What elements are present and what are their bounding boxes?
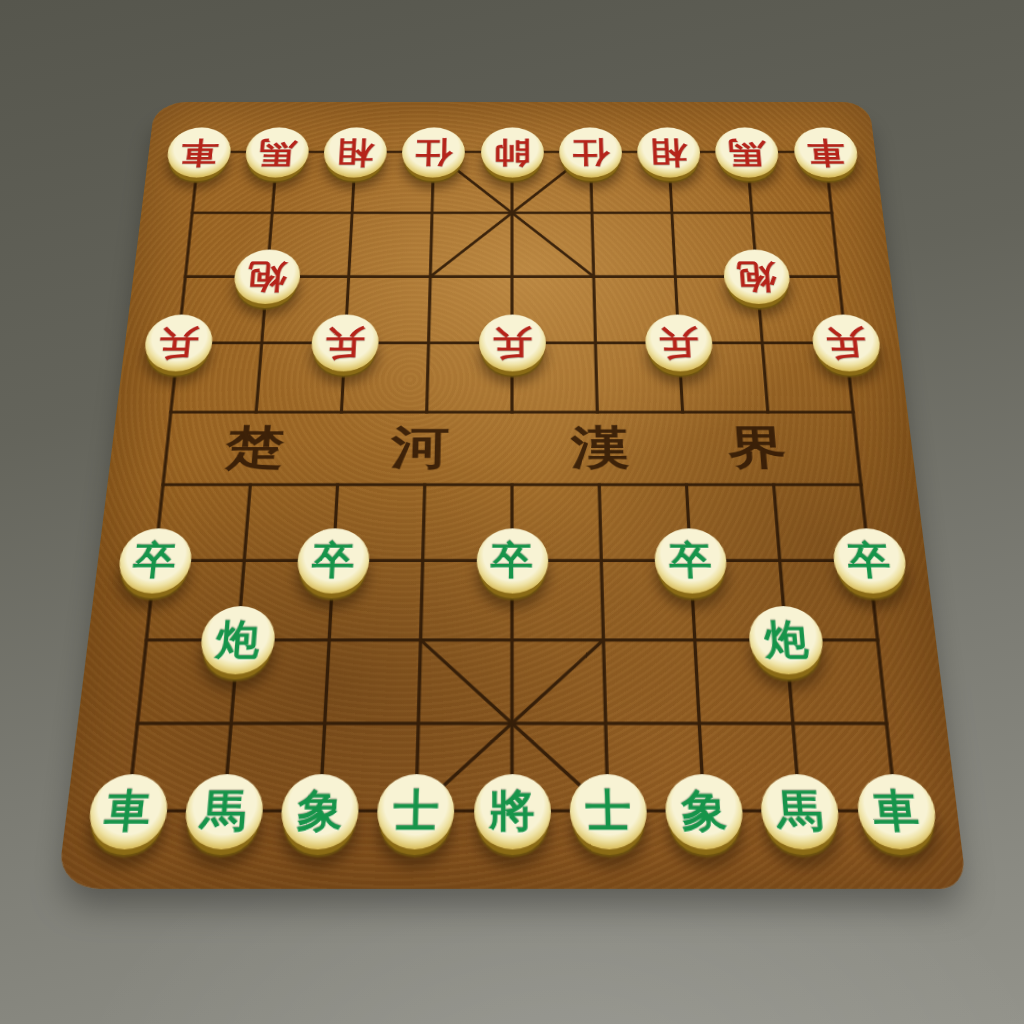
piece-character: 士 — [392, 789, 439, 834]
piece-green-general[interactable]: 將 — [473, 774, 551, 849]
piece-character: 仕 — [415, 137, 453, 167]
piece-character: 兵 — [658, 326, 699, 360]
river-character-1: 楚 — [223, 417, 286, 479]
piece-character: 仕 — [571, 137, 609, 167]
piece-character: 車 — [178, 137, 218, 167]
piece-character: 象 — [296, 789, 344, 834]
piece-red-advisor[interactable]: 仕 — [559, 127, 623, 177]
piece-character: 士 — [585, 789, 632, 834]
piece-character: 卒 — [132, 541, 179, 580]
piece-character: 兵 — [157, 326, 200, 360]
piece-character: 馬 — [775, 789, 824, 834]
piece-character: 卒 — [311, 541, 356, 580]
piece-character: 車 — [103, 789, 153, 834]
piece-character: 相 — [649, 137, 688, 167]
piece-character: 兵 — [824, 326, 867, 360]
board-cloth: 楚河漢界車馬相仕帥仕相馬車炮炮兵兵兵兵兵卒卒卒卒卒炮炮車馬象士將士象馬車 — [57, 102, 967, 889]
piece-character: 兵 — [324, 326, 365, 360]
piece-red-soldier[interactable]: 兵 — [478, 315, 545, 372]
river-character-4: 界 — [726, 417, 789, 479]
piece-character: 馬 — [199, 789, 248, 834]
piece-character: 車 — [805, 137, 845, 167]
scene: 楚河漢界車馬相仕帥仕相馬車炮炮兵兵兵兵兵卒卒卒卒卒炮炮車馬象士將士象馬車 — [0, 0, 1024, 1024]
piece-character: 炮 — [214, 620, 261, 661]
piece-character: 卒 — [846, 541, 893, 580]
piece-character: 馬 — [727, 137, 767, 167]
piece-green-soldier[interactable]: 卒 — [476, 528, 548, 593]
piece-character: 兵 — [492, 326, 532, 360]
piece-character: 炮 — [763, 620, 810, 661]
piece-character: 車 — [871, 789, 921, 834]
piece-character: 相 — [336, 137, 375, 167]
river-character-3: 漢 — [570, 417, 630, 479]
piece-character: 卒 — [491, 541, 534, 580]
piece-character: 象 — [680, 789, 728, 834]
piece-character: 帥 — [493, 137, 530, 167]
piece-character: 卒 — [668, 541, 713, 580]
piece-character: 將 — [489, 789, 535, 834]
piece-red-advisor[interactable]: 仕 — [401, 127, 465, 177]
piece-character: 炮 — [736, 260, 777, 292]
board-grid — [57, 102, 967, 889]
piece-red-general[interactable]: 帥 — [480, 127, 543, 177]
river-character-2: 河 — [390, 417, 450, 479]
piece-character: 炮 — [246, 260, 287, 292]
piece-character: 馬 — [257, 137, 297, 167]
